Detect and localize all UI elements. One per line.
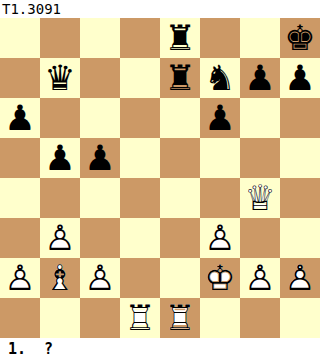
piece-black-pawn: ♟	[40, 138, 80, 178]
square-a6[interactable]: ♟	[0, 98, 40, 138]
square-c6[interactable]	[80, 98, 120, 138]
square-h6[interactable]	[280, 98, 320, 138]
piece-white-bishop: ♗	[40, 258, 80, 298]
piece-black-pawn: ♟	[80, 138, 120, 178]
piece-black-pawn: ♟	[280, 58, 320, 98]
square-e1[interactable]: ♜♖	[160, 298, 200, 338]
square-g5[interactable]	[240, 138, 280, 178]
square-d8[interactable]	[120, 18, 160, 58]
piece-black-king: ♚	[280, 18, 320, 58]
piece-white-bishop-fill: ♝	[40, 258, 80, 298]
piece-white-queen: ♕	[240, 178, 280, 218]
piece-white-pawn-fill: ♟	[0, 258, 40, 298]
piece-white-pawn: ♙	[40, 218, 80, 258]
piece-white-rook-fill: ♜	[160, 298, 200, 338]
square-d4[interactable]	[120, 178, 160, 218]
square-e8[interactable]: ♜	[160, 18, 200, 58]
piece-white-king: ♔	[200, 258, 240, 298]
move-prompt: 1. ?	[8, 340, 53, 358]
piece-white-rook-fill: ♜	[120, 298, 160, 338]
square-d1[interactable]: ♜♖	[120, 298, 160, 338]
piece-black-pawn: ♟	[240, 58, 280, 98]
square-f8[interactable]	[200, 18, 240, 58]
square-a1[interactable]	[0, 298, 40, 338]
square-a5[interactable]	[0, 138, 40, 178]
piece-white-pawn: ♙	[200, 218, 240, 258]
square-b1[interactable]	[40, 298, 80, 338]
square-c5[interactable]: ♟	[80, 138, 120, 178]
square-d7[interactable]	[120, 58, 160, 98]
square-f1[interactable]	[200, 298, 240, 338]
app-window: T1.3091 ♜♚♛♜♞♟♟♟♟♟♟♛♕♟♙♟♙♟♙♝♗♟♙♚♔♟♙♟♙♜♖♜…	[0, 0, 320, 360]
square-a7[interactable]	[0, 58, 40, 98]
square-c4[interactable]	[80, 178, 120, 218]
square-f2[interactable]: ♚♔	[200, 258, 240, 298]
piece-black-rook: ♜	[160, 58, 200, 98]
piece-black-knight: ♞	[200, 58, 240, 98]
piece-white-pawn-fill: ♟	[40, 218, 80, 258]
square-h1[interactable]	[280, 298, 320, 338]
square-b8[interactable]	[40, 18, 80, 58]
square-g6[interactable]	[240, 98, 280, 138]
square-b5[interactable]: ♟	[40, 138, 80, 178]
piece-white-rook: ♖	[120, 298, 160, 338]
piece-white-queen-fill: ♛	[240, 178, 280, 218]
piece-black-pawn: ♟	[0, 98, 40, 138]
square-g4[interactable]: ♛♕	[240, 178, 280, 218]
square-a2[interactable]: ♟♙	[0, 258, 40, 298]
square-d5[interactable]	[120, 138, 160, 178]
square-e7[interactable]: ♜	[160, 58, 200, 98]
square-a4[interactable]	[0, 178, 40, 218]
piece-white-pawn: ♙	[280, 258, 320, 298]
chess-board: ♜♚♛♜♞♟♟♟♟♟♟♛♕♟♙♟♙♟♙♝♗♟♙♚♔♟♙♟♙♜♖♜♖	[0, 18, 320, 338]
square-e5[interactable]	[160, 138, 200, 178]
square-h8[interactable]: ♚	[280, 18, 320, 58]
square-h7[interactable]: ♟	[280, 58, 320, 98]
square-g7[interactable]: ♟	[240, 58, 280, 98]
piece-white-pawn: ♙	[240, 258, 280, 298]
piece-white-king-fill: ♚	[200, 258, 240, 298]
piece-white-rook: ♖	[160, 298, 200, 338]
piece-white-pawn-fill: ♟	[200, 218, 240, 258]
square-b3[interactable]: ♟♙	[40, 218, 80, 258]
puzzle-id: T1.3091	[2, 1, 61, 17]
square-b4[interactable]	[40, 178, 80, 218]
square-c7[interactable]	[80, 58, 120, 98]
square-g2[interactable]: ♟♙	[240, 258, 280, 298]
square-h2[interactable]: ♟♙	[280, 258, 320, 298]
square-f4[interactable]	[200, 178, 240, 218]
square-a3[interactable]	[0, 218, 40, 258]
square-f6[interactable]: ♟	[200, 98, 240, 138]
square-e6[interactable]	[160, 98, 200, 138]
square-c3[interactable]	[80, 218, 120, 258]
square-b6[interactable]	[40, 98, 80, 138]
square-h4[interactable]	[280, 178, 320, 218]
square-d6[interactable]	[120, 98, 160, 138]
square-e4[interactable]	[160, 178, 200, 218]
square-f7[interactable]: ♞	[200, 58, 240, 98]
square-h5[interactable]	[280, 138, 320, 178]
square-g8[interactable]	[240, 18, 280, 58]
square-a8[interactable]	[0, 18, 40, 58]
square-b2[interactable]: ♝♗	[40, 258, 80, 298]
square-b7[interactable]: ♛	[40, 58, 80, 98]
square-f3[interactable]: ♟♙	[200, 218, 240, 258]
square-d3[interactable]	[120, 218, 160, 258]
square-e3[interactable]	[160, 218, 200, 258]
piece-black-queen: ♛	[40, 58, 80, 98]
piece-white-pawn: ♙	[0, 258, 40, 298]
piece-white-pawn-fill: ♟	[80, 258, 120, 298]
piece-white-pawn: ♙	[80, 258, 120, 298]
square-c1[interactable]	[80, 298, 120, 338]
square-h3[interactable]	[280, 218, 320, 258]
square-e2[interactable]	[160, 258, 200, 298]
piece-white-pawn-fill: ♟	[240, 258, 280, 298]
square-f5[interactable]	[200, 138, 240, 178]
piece-black-rook: ♜	[160, 18, 200, 58]
piece-black-pawn: ♟	[200, 98, 240, 138]
piece-white-pawn-fill: ♟	[280, 258, 320, 298]
square-c2[interactable]: ♟♙	[80, 258, 120, 298]
square-c8[interactable]	[80, 18, 120, 58]
square-d2[interactable]	[120, 258, 160, 298]
square-g3[interactable]	[240, 218, 280, 258]
square-g1[interactable]	[240, 298, 280, 338]
